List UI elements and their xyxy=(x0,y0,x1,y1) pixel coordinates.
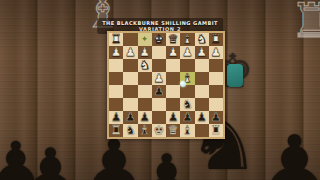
black-queen-d8: ♛ xyxy=(166,124,180,137)
square-f8[interactable]: ♝ xyxy=(138,124,152,137)
square-d8[interactable]: ♛ xyxy=(166,124,180,137)
square-b7[interactable]: ♟ xyxy=(195,111,209,124)
outlined-rook-icon: ♜ xyxy=(290,0,320,44)
black-rook-h8: ♜ xyxy=(109,124,123,137)
teal-sticker xyxy=(227,64,243,87)
square-f5[interactable] xyxy=(138,85,152,98)
black-pawn-b7: ♟ xyxy=(195,111,209,124)
shorts-frame: ♟ ♟ ♟ ♟ ♟ ♞ ♚ ♝ ♜ THE BLACKBURNE SHILLIN… xyxy=(0,0,320,180)
square-a4[interactable] xyxy=(209,72,223,85)
white-pawn-g2: ♟ xyxy=(123,46,137,59)
square-e1[interactable]: ♚ xyxy=(152,33,166,46)
square-f3[interactable]: ♞ xyxy=(138,59,152,72)
square-c4[interactable]: ♝ xyxy=(180,72,194,85)
white-pawn-a2: ♟ xyxy=(209,46,223,59)
square-d5[interactable] xyxy=(166,85,180,98)
white-king-e1: ♚ xyxy=(152,33,166,46)
square-a8[interactable]: ♜ xyxy=(209,124,223,137)
chess-board[interactable]: ♜✦♚♛♝♞♜♟♟♟♟♟♟♟♞♟♝♟♞♟♟♟♟♟♟♟♜♞♝♚♛♝♜ xyxy=(107,31,225,139)
white-pawn-c2: ♟ xyxy=(180,46,194,59)
pawn-silhouette-icon: ♟ xyxy=(256,124,320,180)
square-h2[interactable]: ♟ xyxy=(109,46,123,59)
square-h8[interactable]: ♜ xyxy=(109,124,123,137)
square-d4[interactable] xyxy=(166,72,180,85)
square-b8[interactable] xyxy=(195,124,209,137)
square-g2[interactable]: ♟ xyxy=(123,46,137,59)
square-b5[interactable] xyxy=(195,85,209,98)
white-pawn-d2: ♟ xyxy=(166,46,180,59)
square-b4[interactable] xyxy=(195,72,209,85)
pawn-silhouette-icon: ♟ xyxy=(20,140,81,180)
square-e2[interactable] xyxy=(152,46,166,59)
square-g3[interactable] xyxy=(123,59,137,72)
square-h3[interactable] xyxy=(109,59,123,72)
black-bishop-c8: ♝ xyxy=(180,124,194,137)
square-c2[interactable]: ♟ xyxy=(180,46,194,59)
square-d3[interactable] xyxy=(166,59,180,72)
square-e6[interactable] xyxy=(152,98,166,111)
square-e8[interactable]: ♚ xyxy=(152,124,166,137)
black-king-e8: ♚ xyxy=(152,124,166,137)
white-knight-f3: ♞ xyxy=(138,59,152,72)
white-pawn-b2: ♟ xyxy=(195,46,209,59)
square-g5[interactable] xyxy=(123,85,137,98)
square-c8[interactable]: ♝ xyxy=(180,124,194,137)
black-knight-g8: ♞ xyxy=(123,124,137,137)
square-d2[interactable]: ♟ xyxy=(166,46,180,59)
square-a3[interactable] xyxy=(209,59,223,72)
square-f4[interactable] xyxy=(138,72,152,85)
square-g4[interactable] xyxy=(123,72,137,85)
square-h5[interactable] xyxy=(109,85,123,98)
pawn-silhouette-icon: ♟ xyxy=(138,146,195,180)
square-b2[interactable]: ♟ xyxy=(195,46,209,59)
square-e5[interactable]: ♟ xyxy=(152,85,166,98)
square-a2[interactable]: ♟ xyxy=(209,46,223,59)
black-rook-a8: ♜ xyxy=(209,124,223,137)
square-b3[interactable] xyxy=(195,59,209,72)
black-pawn-e5: ♟ xyxy=(152,85,166,98)
square-g8[interactable]: ♞ xyxy=(123,124,137,137)
black-bishop-f8: ♝ xyxy=(138,124,152,137)
square-a5[interactable] xyxy=(209,85,223,98)
white-pawn-h2: ♟ xyxy=(109,46,123,59)
square-h4[interactable] xyxy=(109,72,123,85)
